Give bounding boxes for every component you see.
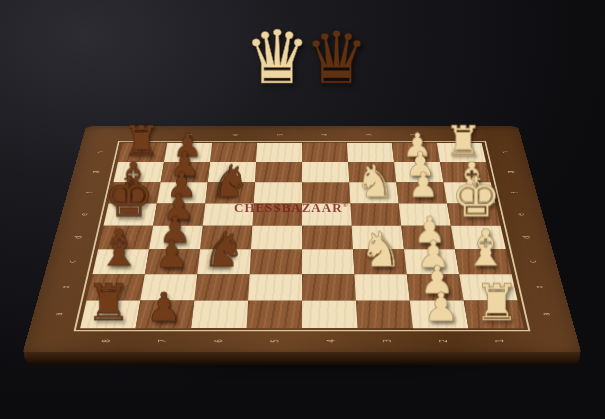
square-c4[interactable] (302, 249, 354, 274)
chess-board-3d: 87654321 87654321 hgfedcba hgfedcba ♜♟♟♜… (22, 126, 582, 355)
white-bishop-c1[interactable]: ♝ (463, 223, 508, 274)
white-pawn-f2[interactable]: ♟ (407, 168, 438, 203)
white-rook-a1[interactable]: ♜ (473, 277, 518, 328)
white-knight-f3[interactable]: ♞ (354, 158, 394, 203)
square-a5[interactable] (247, 300, 302, 328)
right-label-a: a (516, 303, 576, 324)
square-b3[interactable] (354, 274, 409, 300)
square-a1[interactable]: ♜ (464, 300, 524, 328)
far-label-6: 6 (218, 126, 252, 144)
black-knight-f6[interactable]: ♞ (209, 158, 249, 203)
square-a2[interactable]: ♟ (410, 300, 469, 328)
square-f3[interactable]: ♞ (349, 182, 399, 203)
black-rook-a8[interactable]: ♜ (85, 277, 130, 328)
right-label-c: c (504, 252, 561, 271)
square-h4[interactable] (302, 143, 348, 162)
offboard-black-queen-piece[interactable]: ♛ (304, 22, 369, 94)
board-squares-grid: ♜♟♟♜♟♟♝♟♞♞♟♝♚♟♚♟♟♝♟♞♞♟♝♟♜♟♟♜ (80, 143, 524, 328)
black-pawn-c7[interactable]: ♟ (154, 236, 188, 274)
square-d4[interactable] (302, 226, 353, 250)
white-king-e1[interactable]: ♚ (451, 170, 501, 226)
black-knight-c6[interactable]: ♞ (202, 225, 246, 274)
chessbazaar-watermark: CHESSBAZAAR® (234, 200, 349, 216)
square-g5[interactable] (255, 162, 302, 182)
registered-mark: ® (343, 201, 349, 209)
left-label-a: a (28, 303, 88, 324)
chess-photo-stage: ♛ ♛ 87654321 87654321 hgfedcba hgfedcba … (0, 0, 605, 419)
square-a8[interactable]: ♜ (80, 300, 140, 328)
far-label-5: 5 (263, 126, 296, 144)
black-king-e8[interactable]: ♚ (103, 170, 153, 226)
square-h5[interactable] (256, 143, 302, 162)
square-b4[interactable] (302, 274, 356, 300)
board-border: 87654321 87654321 hgfedcba hgfedcba ♜♟♟♜… (22, 126, 582, 355)
square-b5[interactable] (248, 274, 302, 300)
square-c5[interactable] (250, 249, 302, 274)
square-c8[interactable]: ♝ (92, 249, 149, 274)
square-f2[interactable]: ♟ (396, 182, 447, 203)
white-knight-c3[interactable]: ♞ (359, 225, 403, 274)
far-label-4: 4 (308, 126, 341, 144)
white-pawn-a2[interactable]: ♟ (423, 288, 459, 328)
square-d5[interactable] (251, 226, 302, 250)
square-a7[interactable]: ♟ (136, 300, 195, 328)
board-side-thickness (24, 352, 580, 365)
square-c6[interactable]: ♞ (197, 249, 251, 274)
offboard-white-queen-piece[interactable]: ♛ (244, 20, 310, 94)
square-g4[interactable] (302, 162, 349, 182)
square-c1[interactable]: ♝ (455, 249, 512, 274)
square-a4[interactable] (302, 300, 357, 328)
square-b6[interactable] (194, 274, 249, 300)
far-label-3: 3 (352, 126, 386, 144)
rank-labels-near-edge: 87654321 (74, 329, 529, 353)
square-a6[interactable] (191, 300, 248, 328)
black-pawn-a7[interactable]: ♟ (146, 288, 182, 328)
offboard-queens-tray: ♛ ♛ (244, 20, 369, 94)
square-c3[interactable]: ♞ (353, 249, 407, 274)
black-bishop-c8[interactable]: ♝ (96, 223, 141, 274)
square-c7[interactable]: ♟ (145, 249, 200, 274)
watermark-text: CHESSBAZAAR (234, 200, 343, 215)
left-label-c: c (43, 252, 100, 271)
square-a3[interactable] (356, 300, 413, 328)
